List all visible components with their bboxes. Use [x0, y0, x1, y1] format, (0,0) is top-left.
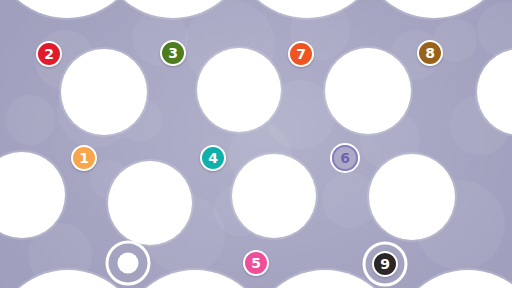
game-board: 123456789 [0, 0, 512, 288]
bokeh-circle [477, 2, 512, 58]
badge-digit: 5 [251, 256, 261, 270]
white-circle [232, 154, 316, 238]
number-badge-5[interactable]: 5 [243, 250, 269, 276]
number-badge-3[interactable]: 3 [160, 40, 186, 66]
white-circle [0, 0, 142, 18]
number-badge-6[interactable]: 6 [332, 145, 358, 171]
white-circle [61, 49, 147, 135]
white-circle [393, 270, 512, 288]
number-badge-8[interactable]: 8 [417, 40, 443, 66]
number-badge-1[interactable]: 1 [71, 145, 97, 171]
white-circle [108, 161, 192, 245]
badge-digit: 1 [79, 151, 89, 165]
badge-digit: 6 [340, 151, 350, 165]
number-badge-4[interactable]: 4 [200, 145, 226, 171]
white-circle [197, 48, 281, 132]
number-badge-9[interactable]: 9 [372, 251, 398, 277]
number-badge-2[interactable]: 2 [36, 41, 62, 67]
badge-digit: 3 [168, 46, 178, 60]
white-circle [369, 154, 455, 240]
bokeh-circle [5, 95, 55, 145]
badge-digit: 9 [380, 257, 390, 271]
badge-digit: 2 [44, 47, 54, 61]
number-badge-7[interactable]: 7 [288, 41, 314, 67]
badge-digit: 7 [296, 47, 306, 61]
white-dot-marker [118, 253, 139, 274]
marker-ring-with-dot[interactable] [106, 241, 151, 286]
badge-digit: 4 [208, 151, 218, 165]
white-circle [325, 48, 411, 134]
badge-digit: 8 [425, 46, 435, 60]
